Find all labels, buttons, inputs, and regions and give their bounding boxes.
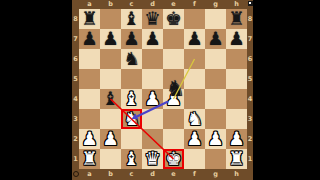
line-b4-e1 — [111, 99, 174, 159]
coord-rank-6-right: 6 — [247, 49, 253, 69]
coord-rank-7-right: 7 — [247, 29, 253, 49]
coord-rank-8-right: 8 — [247, 9, 253, 29]
coord-file-a-bottom: a — [79, 169, 100, 180]
coord-rank-5-right: 5 — [247, 69, 253, 89]
coord-rank-8-left: 8 — [72, 9, 79, 29]
coord-rank-1-left: 1 — [72, 149, 79, 169]
coord-file-h-bottom: h — [226, 169, 247, 180]
coord-rank-2-left: 2 — [72, 129, 79, 149]
coord-file-f-top: f — [184, 0, 205, 9]
coord-rank-1-right: 1 — [247, 149, 253, 169]
coord-file-e-bottom: e — [163, 169, 184, 180]
chess-app-stage: aabbccddeeffgghh8877665544332211 ♜♝♛♚♜♟♟… — [0, 0, 320, 180]
coord-rank-7-left: 7 — [72, 29, 79, 49]
coord-file-g-top: g — [205, 0, 226, 9]
coord-rank-3-right: 3 — [247, 109, 253, 129]
line-f6-e4 — [174, 59, 195, 99]
coord-rank-6-left: 6 — [72, 49, 79, 69]
coord-rank-2-right: 2 — [247, 129, 253, 149]
coord-rank-4-right: 4 — [247, 89, 253, 109]
arrow-e4-c3 — [137, 102, 168, 117]
annotation-svg — [79, 9, 247, 169]
coord-file-c-bottom: c — [121, 169, 142, 180]
recording-dot-icon — [249, 2, 251, 4]
recording-badge-icon — [248, 1, 253, 6]
coord-rank-3-left: 3 — [72, 109, 79, 129]
coord-file-g-bottom: g — [205, 169, 226, 180]
coord-rank-4-left: 4 — [72, 89, 79, 109]
coord-file-b-top: b — [100, 0, 121, 9]
coord-rank-5-left: 5 — [72, 69, 79, 89]
corner-logo-icon — [73, 171, 79, 177]
coord-file-b-bottom: b — [100, 169, 121, 180]
coord-file-f-bottom: f — [184, 169, 205, 180]
coord-file-d-bottom: d — [142, 169, 163, 180]
